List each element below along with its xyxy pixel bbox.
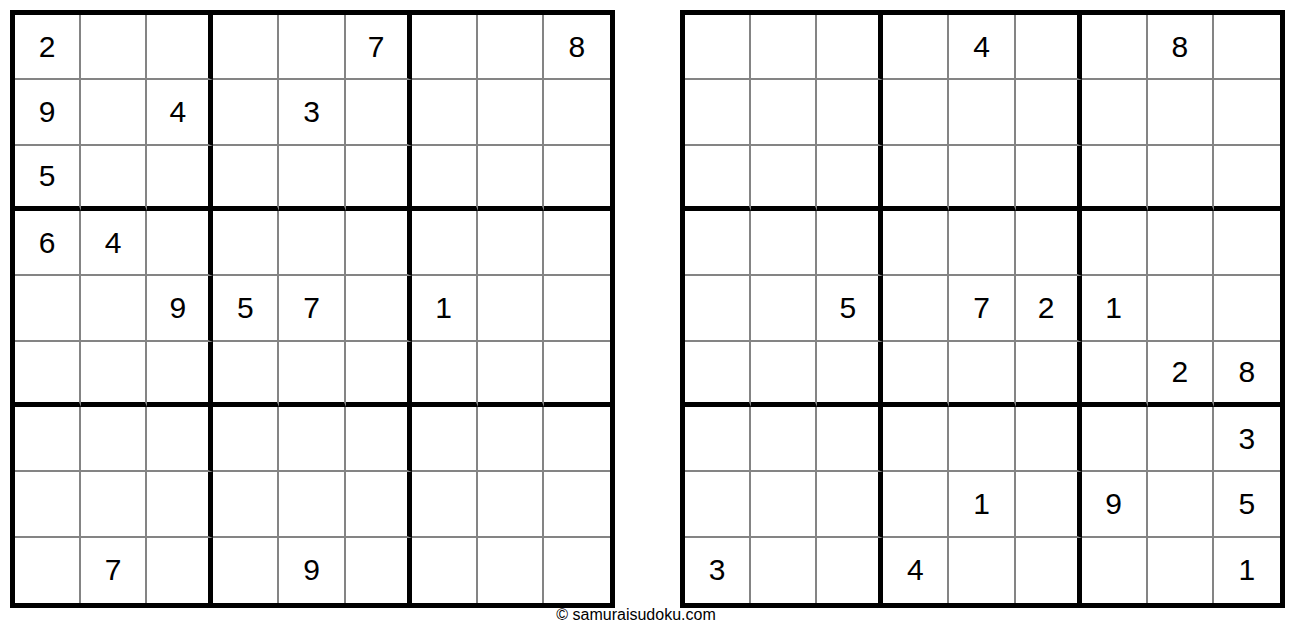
- sudoku-grid-right: 485721283195341: [680, 10, 1285, 608]
- cell-r6c1[interactable]: [15, 342, 81, 407]
- cell-r8c8[interactable]: [1148, 472, 1214, 537]
- cell-r2c9[interactable]: [544, 80, 610, 145]
- cell-r7c2[interactable]: [751, 407, 817, 472]
- cell-r4c7[interactable]: [412, 211, 478, 276]
- cell-r9c8[interactable]: [478, 538, 544, 603]
- cell-r7c7[interactable]: [412, 407, 478, 472]
- cell-r7c4[interactable]: [883, 407, 949, 472]
- cell-r5c1[interactable]: [685, 276, 751, 341]
- cell-r8c2[interactable]: [81, 472, 147, 537]
- cell-r8c4[interactable]: [883, 472, 949, 537]
- cell-r7c1[interactable]: [685, 407, 751, 472]
- cell-r9c9[interactable]: 1: [1214, 538, 1280, 603]
- cell-r6c4[interactable]: [883, 342, 949, 407]
- cell-r1c9[interactable]: 8: [544, 15, 610, 80]
- cell-r5c7[interactable]: 1: [1082, 276, 1148, 341]
- cell-r1c2[interactable]: [81, 15, 147, 80]
- cell-r5c5[interactable]: 7: [279, 276, 345, 341]
- cell-r7c2[interactable]: [81, 407, 147, 472]
- cell-r8c7[interactable]: 9: [1082, 472, 1148, 537]
- cell-r5c3[interactable]: 9: [147, 276, 213, 341]
- cell-r4c8[interactable]: [1148, 211, 1214, 276]
- cell-r4c6[interactable]: [1016, 211, 1082, 276]
- cell-r4c9[interactable]: [544, 211, 610, 276]
- cell-r6c6[interactable]: [346, 342, 412, 407]
- cell-r2c5[interactable]: 3: [279, 80, 345, 145]
- cell-r4c4[interactable]: [883, 211, 949, 276]
- cell-r3c5[interactable]: [279, 146, 345, 211]
- cell-r8c5[interactable]: 1: [949, 472, 1015, 537]
- cell-r5c2[interactable]: [81, 276, 147, 341]
- cell-r7c9[interactable]: 3: [1214, 407, 1280, 472]
- cell-r5c2[interactable]: [751, 276, 817, 341]
- cell-r2c8[interactable]: [1148, 80, 1214, 145]
- cell-r9c1[interactable]: [15, 538, 81, 603]
- cell-r3c5[interactable]: [949, 146, 1015, 211]
- cell-r9c3[interactable]: [147, 538, 213, 603]
- cell-r9c5[interactable]: [949, 538, 1015, 603]
- cell-r1c5[interactable]: 4: [949, 15, 1015, 80]
- cell-r4c6[interactable]: [346, 211, 412, 276]
- cell-r5c5[interactable]: 7: [949, 276, 1015, 341]
- cell-r2c7[interactable]: [412, 80, 478, 145]
- cell-r9c6[interactable]: [346, 538, 412, 603]
- cell-r5c6[interactable]: 2: [1016, 276, 1082, 341]
- cell-r1c8[interactable]: [478, 15, 544, 80]
- cell-r9c9[interactable]: [544, 538, 610, 603]
- cell-r6c1[interactable]: [685, 342, 751, 407]
- cell-r1c9[interactable]: [1214, 15, 1280, 80]
- cell-r1c3[interactable]: [817, 15, 883, 80]
- cell-r9c2[interactable]: 7: [81, 538, 147, 603]
- cell-r7c5[interactable]: [949, 407, 1015, 472]
- cell-r2c6[interactable]: [1016, 80, 1082, 145]
- cell-r8c7[interactable]: [412, 472, 478, 537]
- sudoku-boards: 278943564957179 485721283195341: [10, 10, 1285, 608]
- cell-r4c4[interactable]: [213, 211, 279, 276]
- cell-r2c1[interactable]: [685, 80, 751, 145]
- cell-r1c2[interactable]: [751, 15, 817, 80]
- cell-r7c3[interactable]: [147, 407, 213, 472]
- cell-r6c3[interactable]: [147, 342, 213, 407]
- cell-r8c3[interactable]: [817, 472, 883, 537]
- cell-r8c1[interactable]: [15, 472, 81, 537]
- cell-r9c2[interactable]: [751, 538, 817, 603]
- cell-r8c2[interactable]: [751, 472, 817, 537]
- cell-r7c8[interactable]: [1148, 407, 1214, 472]
- cell-r5c7[interactable]: 1: [412, 276, 478, 341]
- cell-r2c2[interactable]: [81, 80, 147, 145]
- cell-r7c1[interactable]: [15, 407, 81, 472]
- cell-r2c7[interactable]: [1082, 80, 1148, 145]
- cell-r4c3[interactable]: [817, 211, 883, 276]
- cell-r5c4[interactable]: [883, 276, 949, 341]
- cell-r3c2[interactable]: [751, 146, 817, 211]
- cell-r4c7[interactable]: [1082, 211, 1148, 276]
- cell-r5c1[interactable]: [15, 276, 81, 341]
- cell-r7c5[interactable]: [279, 407, 345, 472]
- cell-r8c4[interactable]: [213, 472, 279, 537]
- cell-r4c5[interactable]: [279, 211, 345, 276]
- cell-r1c3[interactable]: [147, 15, 213, 80]
- cell-r1c8[interactable]: 8: [1148, 15, 1214, 80]
- cell-r4c3[interactable]: [147, 211, 213, 276]
- cell-r7c9[interactable]: [544, 407, 610, 472]
- cell-r8c8[interactable]: [478, 472, 544, 537]
- cell-r8c6[interactable]: [346, 472, 412, 537]
- cell-r3c9[interactable]: [1214, 146, 1280, 211]
- cell-r1c1[interactable]: 2: [15, 15, 81, 80]
- cell-r1c7[interactable]: [412, 15, 478, 80]
- cell-r6c2[interactable]: [81, 342, 147, 407]
- cell-r3c6[interactable]: [1016, 146, 1082, 211]
- cell-r5c3[interactable]: 5: [817, 276, 883, 341]
- cell-r3c1[interactable]: [685, 146, 751, 211]
- cell-r1c6[interactable]: 7: [346, 15, 412, 80]
- cell-r3c9[interactable]: [544, 146, 610, 211]
- cell-r7c8[interactable]: [478, 407, 544, 472]
- cell-r5c4[interactable]: 5: [213, 276, 279, 341]
- sudoku-grid-left: 278943564957179: [10, 10, 615, 608]
- cell-r3c7[interactable]: [412, 146, 478, 211]
- cell-r8c9[interactable]: [544, 472, 610, 537]
- cell-r1c4[interactable]: [213, 15, 279, 80]
- cell-r4c1[interactable]: 6: [15, 211, 81, 276]
- cell-r2c3[interactable]: [817, 80, 883, 145]
- cell-r9c7[interactable]: [1082, 538, 1148, 603]
- watermark: © samuraisudoku.com: [0, 606, 1272, 624]
- cell-r5c6[interactable]: [346, 276, 412, 341]
- cell-r3c3[interactable]: [817, 146, 883, 211]
- cell-r6c6[interactable]: [1016, 342, 1082, 407]
- cell-r7c6[interactable]: [1016, 407, 1082, 472]
- cell-r3c3[interactable]: [147, 146, 213, 211]
- cell-r9c3[interactable]: [817, 538, 883, 603]
- cell-r2c6[interactable]: [346, 80, 412, 145]
- cell-r5c8[interactable]: [478, 276, 544, 341]
- cell-r1c7[interactable]: [1082, 15, 1148, 80]
- cell-r2c2[interactable]: [751, 80, 817, 145]
- cell-r9c7[interactable]: [412, 538, 478, 603]
- cell-r9c5[interactable]: 9: [279, 538, 345, 603]
- cell-r8c1[interactable]: [685, 472, 751, 537]
- cell-r4c8[interactable]: [478, 211, 544, 276]
- cell-r1c6[interactable]: [1016, 15, 1082, 80]
- cell-r8c9[interactable]: 5: [1214, 472, 1280, 537]
- cell-r6c8[interactable]: [478, 342, 544, 407]
- cell-r6c9[interactable]: [544, 342, 610, 407]
- cell-r4c1[interactable]: [685, 211, 751, 276]
- cell-r4c2[interactable]: [751, 211, 817, 276]
- cell-r3c4[interactable]: [883, 146, 949, 211]
- cell-r2c9[interactable]: [1214, 80, 1280, 145]
- cell-r6c8[interactable]: 2: [1148, 342, 1214, 407]
- cell-r2c3[interactable]: 4: [147, 80, 213, 145]
- cell-r5c8[interactable]: [1148, 276, 1214, 341]
- cell-r2c4[interactable]: [883, 80, 949, 145]
- cell-r5c9[interactable]: [1214, 276, 1280, 341]
- cell-r6c9[interactable]: 8: [1214, 342, 1280, 407]
- cell-r9c4[interactable]: 4: [883, 538, 949, 603]
- cell-r8c5[interactable]: [279, 472, 345, 537]
- cell-r3c2[interactable]: [81, 146, 147, 211]
- cell-r3c4[interactable]: [213, 146, 279, 211]
- cell-r1c1[interactable]: [685, 15, 751, 80]
- cell-r7c3[interactable]: [817, 407, 883, 472]
- cell-r1c4[interactable]: [883, 15, 949, 80]
- cell-r9c6[interactable]: [1016, 538, 1082, 603]
- cell-r7c4[interactable]: [213, 407, 279, 472]
- cell-r2c8[interactable]: [478, 80, 544, 145]
- cell-r6c5[interactable]: [279, 342, 345, 407]
- cell-r5c9[interactable]: [544, 276, 610, 341]
- cell-r9c4[interactable]: [213, 538, 279, 603]
- cell-r2c1[interactable]: 9: [15, 80, 81, 145]
- cell-r1c5[interactable]: [279, 15, 345, 80]
- cell-r8c3[interactable]: [147, 472, 213, 537]
- cell-r6c7[interactable]: [1082, 342, 1148, 407]
- cell-r6c7[interactable]: [412, 342, 478, 407]
- cell-r3c7[interactable]: [1082, 146, 1148, 211]
- cell-r2c5[interactable]: [949, 80, 1015, 145]
- cell-r2c4[interactable]: [213, 80, 279, 145]
- cell-r7c7[interactable]: [1082, 407, 1148, 472]
- cell-r3c8[interactable]: [1148, 146, 1214, 211]
- cell-r6c3[interactable]: [817, 342, 883, 407]
- cell-r3c6[interactable]: [346, 146, 412, 211]
- cell-r4c5[interactable]: [949, 211, 1015, 276]
- cell-r6c2[interactable]: [751, 342, 817, 407]
- cell-r3c1[interactable]: 5: [15, 146, 81, 211]
- cell-r4c9[interactable]: [1214, 211, 1280, 276]
- cell-r3c8[interactable]: [478, 146, 544, 211]
- cell-r9c8[interactable]: [1148, 538, 1214, 603]
- cell-r6c4[interactable]: [213, 342, 279, 407]
- cell-r8c6[interactable]: [1016, 472, 1082, 537]
- cell-r7c6[interactable]: [346, 407, 412, 472]
- cell-r9c1[interactable]: 3: [685, 538, 751, 603]
- cell-r4c2[interactable]: 4: [81, 211, 147, 276]
- cell-r6c5[interactable]: [949, 342, 1015, 407]
